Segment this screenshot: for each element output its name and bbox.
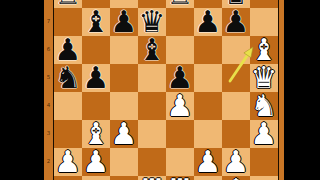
black-pawn-b5[interactable]: ♟ xyxy=(82,64,110,92)
board-frame: ♜♜♚♝♟♛♟♟♟♝♝♞♟♟♛♟♞♝♟♟♟♟♟♟♜♜♚ 87654321 xyxy=(44,0,284,180)
square-e3[interactable] xyxy=(166,120,194,148)
white-pawn-h3[interactable]: ♟ xyxy=(250,120,278,148)
white-pawn-e4[interactable]: ♟ xyxy=(166,92,194,120)
square-g4[interactable] xyxy=(222,92,250,120)
black-pawn-f7[interactable]: ♟ xyxy=(194,8,222,36)
square-g6[interactable] xyxy=(222,36,250,64)
square-e7[interactable] xyxy=(166,8,194,36)
black-rook-e8[interactable]: ♜ xyxy=(166,0,194,8)
black-knight-a5[interactable]: ♞ xyxy=(54,64,82,92)
square-a4[interactable] xyxy=(54,92,82,120)
black-rook-a8[interactable]: ♜ xyxy=(54,0,82,8)
rank-label-6: 6 xyxy=(44,46,53,52)
rank-label-2: 2 xyxy=(44,158,53,164)
white-king-g1[interactable]: ♚ xyxy=(222,176,250,180)
chess-video-frame: ♜♜♚♝♟♛♟♟♟♝♝♞♟♟♛♟♞♝♟♟♟♟♟♟♜♜♚ 87654321 xyxy=(0,0,320,180)
white-rook-d1[interactable]: ♜ xyxy=(138,176,166,180)
square-h2[interactable] xyxy=(250,148,278,176)
white-pawn-c3[interactable]: ♟ xyxy=(110,120,138,148)
board-grid: ♜♜♚♝♟♛♟♟♟♝♝♞♟♟♛♟♞♝♟♟♟♟♟♟♜♜♚ xyxy=(53,0,279,180)
square-d4[interactable] xyxy=(138,92,166,120)
black-pawn-g7[interactable]: ♟ xyxy=(222,8,250,36)
square-h1[interactable] xyxy=(250,176,278,180)
square-d3[interactable] xyxy=(138,120,166,148)
white-rook-e1[interactable]: ♜ xyxy=(166,176,194,180)
black-bishop-b7[interactable]: ♝ xyxy=(82,8,110,36)
black-bishop-d6[interactable]: ♝ xyxy=(138,36,166,64)
square-c6[interactable] xyxy=(110,36,138,64)
square-f4[interactable] xyxy=(194,92,222,120)
square-f6[interactable] xyxy=(194,36,222,64)
square-c5[interactable] xyxy=(110,64,138,92)
rank-label-4: 4 xyxy=(44,102,53,108)
white-pawn-b2[interactable]: ♟ xyxy=(82,148,110,176)
square-f5[interactable] xyxy=(194,64,222,92)
rank-label-7: 7 xyxy=(44,18,53,24)
square-g5[interactable] xyxy=(222,64,250,92)
black-pawn-c7[interactable]: ♟ xyxy=(110,8,138,36)
white-pawn-a2[interactable]: ♟ xyxy=(54,148,82,176)
square-d5[interactable] xyxy=(138,64,166,92)
white-pawn-f2[interactable]: ♟ xyxy=(194,148,222,176)
square-c2[interactable] xyxy=(110,148,138,176)
rank-label-3: 3 xyxy=(44,130,53,136)
square-c1[interactable] xyxy=(110,176,138,180)
rank-label-5: 5 xyxy=(44,74,53,80)
square-h8[interactable] xyxy=(250,0,278,8)
